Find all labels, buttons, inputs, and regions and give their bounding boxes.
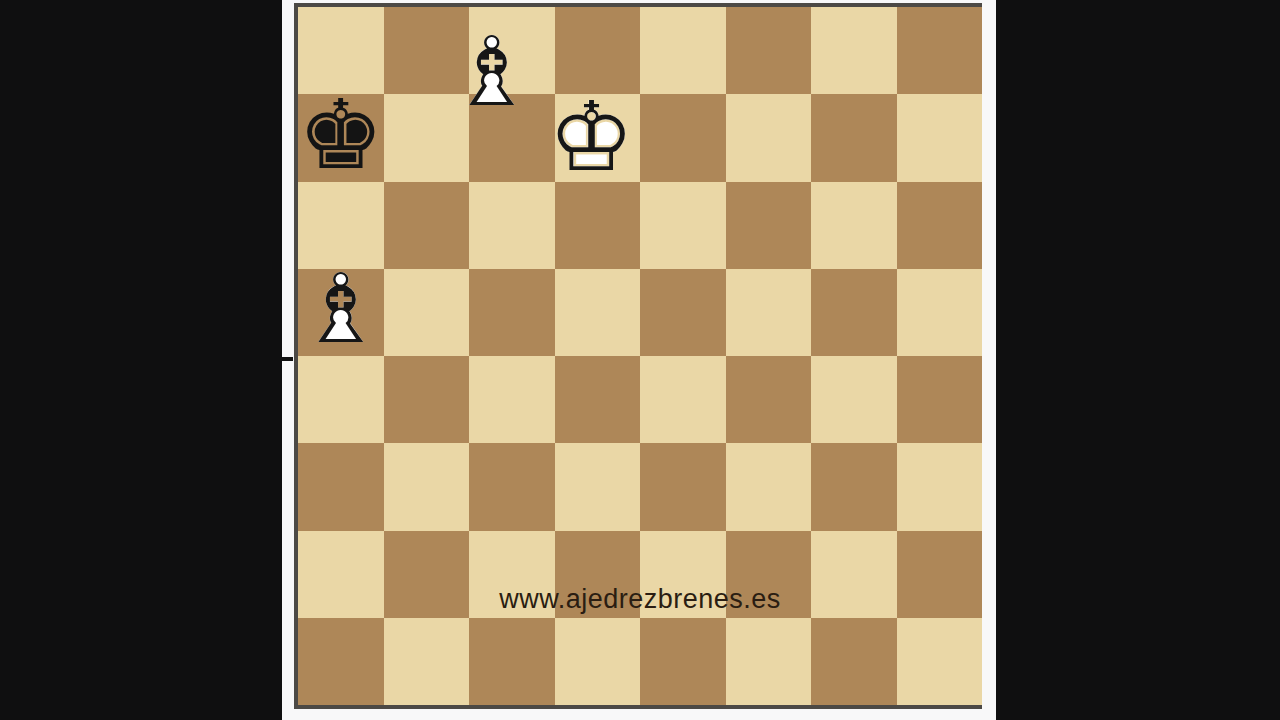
square-g4[interactable] [811, 356, 897, 443]
square-a3[interactable] [298, 443, 384, 530]
white-bishop[interactable]: ♝♗ [469, 7, 555, 94]
square-b3[interactable] [384, 443, 470, 530]
square-f3[interactable] [726, 443, 812, 530]
square-h5[interactable] [897, 269, 983, 356]
square-e4[interactable] [640, 356, 726, 443]
square-f5[interactable] [726, 269, 812, 356]
square-e1[interactable] [640, 618, 726, 705]
square-f7[interactable] [726, 94, 812, 181]
square-c7[interactable] [469, 94, 555, 181]
square-c5[interactable] [469, 269, 555, 356]
square-b8[interactable] [384, 7, 470, 94]
square-d1[interactable] [555, 618, 641, 705]
square-h8[interactable] [897, 7, 983, 94]
square-a1[interactable] [298, 618, 384, 705]
square-d4[interactable] [555, 356, 641, 443]
left-margin-dash [280, 357, 293, 361]
square-a6[interactable] [298, 182, 384, 269]
square-g3[interactable] [811, 443, 897, 530]
square-d3[interactable] [555, 443, 641, 530]
square-e7[interactable] [640, 94, 726, 181]
square-c4[interactable] [469, 356, 555, 443]
white-king[interactable]: ♚♔ [555, 94, 641, 181]
square-a4[interactable] [298, 356, 384, 443]
square-f8[interactable] [726, 7, 812, 94]
square-c3[interactable] [469, 443, 555, 530]
square-g6[interactable] [811, 182, 897, 269]
square-b1[interactable] [384, 618, 470, 705]
square-h4[interactable] [897, 356, 983, 443]
white-king-glyph: ♚ [548, 89, 634, 185]
square-b4[interactable] [384, 356, 470, 443]
square-b5[interactable] [384, 269, 470, 356]
square-c8[interactable]: ♝♗ [469, 7, 555, 94]
square-c1[interactable] [469, 618, 555, 705]
black-king[interactable]: ♚ [298, 94, 384, 181]
square-g5[interactable] [811, 269, 897, 356]
square-g1[interactable] [811, 618, 897, 705]
square-d8[interactable] [555, 7, 641, 94]
square-b6[interactable] [384, 182, 470, 269]
square-h6[interactable] [897, 182, 983, 269]
square-g8[interactable] [811, 7, 897, 94]
square-h2[interactable] [897, 531, 983, 618]
square-b7[interactable] [384, 94, 470, 181]
white-bishop-glyph: ♝ [298, 261, 384, 357]
black-king-glyph: ♚ [298, 87, 384, 183]
square-c6[interactable] [469, 182, 555, 269]
square-e6[interactable] [640, 182, 726, 269]
letterbox-right [996, 0, 1280, 720]
square-h7[interactable] [897, 94, 983, 181]
white-bishop[interactable]: ♝♗ [298, 269, 384, 356]
square-e5[interactable] [640, 269, 726, 356]
square-a5[interactable]: ♝♗ [298, 269, 384, 356]
square-a2[interactable] [298, 531, 384, 618]
square-h1[interactable] [897, 618, 983, 705]
watermark-text: www.ajedrezbrenes.es [499, 584, 781, 615]
square-e8[interactable] [640, 7, 726, 94]
square-h3[interactable] [897, 443, 983, 530]
square-d6[interactable] [555, 182, 641, 269]
square-g7[interactable] [811, 94, 897, 181]
square-e3[interactable] [640, 443, 726, 530]
square-d7[interactable]: ♚♔ [555, 94, 641, 181]
chess-board-frame: ♝♗♚♚♔♝♗ www.ajedrezbrenes.es [294, 3, 982, 709]
video-frame: ♝♗♚♚♔♝♗ www.ajedrezbrenes.es [0, 0, 1280, 720]
letterbox-left [0, 0, 282, 720]
square-f1[interactable] [726, 618, 812, 705]
square-a8[interactable] [298, 7, 384, 94]
square-f4[interactable] [726, 356, 812, 443]
square-a7[interactable]: ♚ [298, 94, 384, 181]
white-bishop-glyph: ♗ [298, 261, 384, 357]
square-d5[interactable] [555, 269, 641, 356]
square-g2[interactable] [811, 531, 897, 618]
white-king-glyph: ♔ [548, 89, 634, 185]
square-b2[interactable] [384, 531, 470, 618]
square-f6[interactable] [726, 182, 812, 269]
